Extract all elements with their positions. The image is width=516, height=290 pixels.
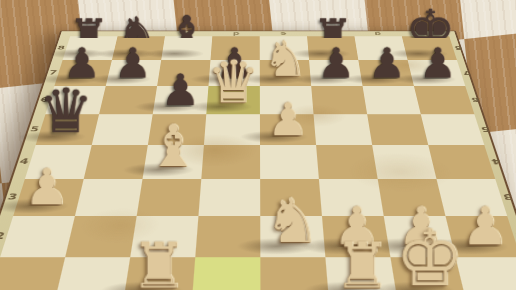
square-f6[interactable] [311, 86, 367, 114]
piece-white-rook-f1[interactable]: ♜ [328, 194, 396, 290]
square-d1[interactable] [192, 257, 261, 290]
square-d3[interactable] [198, 179, 260, 216]
square-d5[interactable] [204, 114, 260, 145]
piece-white-pawn-e5[interactable]: ♟ [260, 58, 315, 137]
piece-white-rook-c1[interactable]: ♜ [125, 194, 193, 290]
square-e1[interactable] [260, 257, 329, 290]
square-b4[interactable] [84, 145, 148, 179]
piece-white-bishop-c4[interactable]: ♝ [144, 87, 202, 170]
square-h5[interactable] [421, 114, 485, 145]
rank-label-right-6: 6 [469, 96, 483, 103]
square-a1[interactable] [0, 257, 65, 290]
square-h6[interactable] [414, 86, 474, 114]
rank-label-right-5: 5 [478, 125, 492, 133]
piece-white-queen-d6[interactable]: ♛ [207, 31, 260, 107]
square-g5[interactable] [367, 114, 428, 145]
square-d2[interactable] [195, 216, 260, 257]
piece-white-pawn-a3[interactable]: ♟ [16, 119, 77, 206]
square-f5[interactable] [314, 114, 373, 145]
piece-white-king-g1[interactable]: ♚ [396, 194, 464, 290]
piece-black-pawn-b7[interactable]: ♟ [107, 7, 158, 80]
piece-black-pawn-h7[interactable]: ♟ [412, 7, 463, 80]
square-d4[interactable] [201, 145, 260, 179]
piece-black-pawn-g7[interactable]: ♟ [361, 7, 412, 80]
piece-white-knight-e2[interactable]: ♞ [260, 155, 324, 247]
square-g6[interactable] [363, 86, 421, 114]
square-a2[interactable] [0, 216, 75, 257]
chess-board: 8877665544332211abcdefgh♜♞♝♜♚♟♟♟♟♟♟♞♟♛♛♟… [0, 31, 516, 290]
board-scene: 8877665544332211abcdefgh♜♞♝♜♚♟♟♟♟♟♟♞♟♛♛♟… [0, 0, 516, 290]
piece-black-pawn-f7[interactable]: ♟ [311, 7, 362, 80]
square-b1[interactable] [54, 257, 130, 290]
